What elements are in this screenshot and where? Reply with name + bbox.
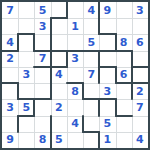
- cell-r3c3[interactable]: [34, 34, 50, 50]
- cell-r2c4[interactable]: [51, 18, 67, 34]
- cell-r2c6[interactable]: [83, 18, 99, 34]
- cell-r4c3[interactable]: 7: [34, 51, 50, 67]
- cell-r5c4[interactable]: 4: [51, 67, 67, 83]
- cell-r8c1[interactable]: [2, 116, 18, 132]
- cell-r1c4[interactable]: [51, 2, 67, 18]
- cell-r1c2[interactable]: [18, 2, 34, 18]
- region-border-horizontal: [1, 82, 19, 84]
- cell-r5c8[interactable]: 6: [116, 67, 132, 83]
- cell-r3c1[interactable]: 4: [2, 34, 18, 50]
- cell-r8c5[interactable]: 4: [67, 116, 83, 132]
- region-border-vertical: [17, 33, 19, 51]
- cell-r9c1[interactable]: 9: [2, 132, 18, 148]
- cell-r8c9[interactable]: [132, 116, 148, 132]
- cell-r3c4[interactable]: [51, 34, 67, 50]
- region-border-horizontal: [66, 82, 84, 84]
- cell-r7c5[interactable]: [67, 99, 83, 115]
- region-border-horizontal: [131, 82, 149, 84]
- cell-r7c4[interactable]: 2: [51, 99, 67, 115]
- cell-r3c2[interactable]: [18, 34, 34, 50]
- region-border-horizontal: [131, 66, 149, 68]
- cell-r4c6[interactable]: [83, 51, 99, 67]
- cell-r5c2[interactable]: 3: [18, 67, 34, 83]
- region-border-horizontal: [115, 115, 133, 117]
- cell-r5c7[interactable]: [99, 67, 115, 83]
- region-border-vertical: [50, 131, 52, 149]
- cell-r3c5[interactable]: [67, 34, 83, 50]
- cell-r6c5[interactable]: 8: [67, 83, 83, 99]
- cell-r6c3[interactable]: [34, 83, 50, 99]
- cell-r5c6[interactable]: 7: [83, 67, 99, 83]
- cell-r8c8[interactable]: [116, 116, 132, 132]
- cell-r7c7[interactable]: [99, 99, 115, 115]
- cell-r8c4[interactable]: [51, 116, 67, 132]
- cell-r5c3[interactable]: [34, 67, 50, 83]
- cell-r6c7[interactable]: 3: [99, 83, 115, 99]
- cell-r6c8[interactable]: [116, 83, 132, 99]
- region-border-horizontal: [33, 50, 51, 52]
- cell-r2c2[interactable]: [18, 18, 34, 34]
- cell-r2c3[interactable]: 3: [34, 18, 50, 34]
- cell-r3c6[interactable]: 5: [83, 34, 99, 50]
- region-border-vertical: [131, 82, 133, 100]
- cell-r3c9[interactable]: 6: [132, 34, 148, 50]
- region-border-vertical: [115, 33, 117, 51]
- cell-r9c2[interactable]: [18, 132, 34, 148]
- cell-r1c5[interactable]: [67, 2, 83, 18]
- cell-r5c5[interactable]: [67, 67, 83, 83]
- cell-r6c6[interactable]: [83, 83, 99, 99]
- cell-r9c3[interactable]: 8: [34, 132, 50, 148]
- region-border-horizontal: [98, 50, 116, 52]
- cell-r4c7[interactable]: [99, 51, 115, 67]
- sudoku-screenshot: 75493314586273347683235274598514: [0, 0, 150, 150]
- cell-r8c2[interactable]: [18, 116, 34, 132]
- cell-r1c9[interactable]: 3: [132, 2, 148, 18]
- cell-r6c1[interactable]: [2, 83, 18, 99]
- cell-r1c6[interactable]: 4: [83, 2, 99, 18]
- sudoku-board: 75493314586273347683235274598514: [0, 0, 150, 150]
- cell-r4c4[interactable]: [51, 51, 67, 67]
- region-border-horizontal: [115, 50, 133, 52]
- cell-r8c3[interactable]: [34, 116, 50, 132]
- cell-r9c4[interactable]: 5: [51, 132, 67, 148]
- region-border-vertical: [17, 115, 19, 133]
- region-border-horizontal: [17, 115, 35, 117]
- cell-r2c5[interactable]: 1: [67, 18, 83, 34]
- region-border-vertical: [50, 33, 52, 51]
- cell-r9c5[interactable]: [67, 132, 83, 148]
- cell-r7c6[interactable]: [83, 99, 99, 115]
- cell-r1c3[interactable]: 5: [34, 2, 50, 18]
- cell-r7c9[interactable]: 7: [132, 99, 148, 115]
- region-border-horizontal: [50, 17, 68, 19]
- cell-r9c9[interactable]: 4: [132, 132, 148, 148]
- cell-r1c7[interactable]: 9: [99, 2, 115, 18]
- cell-r7c8[interactable]: [116, 99, 132, 115]
- cell-r3c8[interactable]: 8: [116, 34, 132, 50]
- cell-r4c1[interactable]: 2: [2, 51, 18, 67]
- region-border-horizontal: [98, 66, 116, 68]
- region-border-vertical: [115, 98, 117, 116]
- cell-r1c1[interactable]: 7: [2, 2, 18, 18]
- region-border-horizontal: [1, 50, 19, 52]
- region-border-horizontal: [50, 66, 68, 68]
- cell-r4c8[interactable]: [116, 51, 132, 67]
- cell-r6c2[interactable]: [18, 83, 34, 99]
- cell-r2c1[interactable]: [2, 18, 18, 34]
- cell-r4c9[interactable]: [132, 51, 148, 67]
- cell-r6c9[interactable]: 2: [132, 83, 148, 99]
- cell-r2c9[interactable]: [132, 18, 148, 34]
- cell-r9c6[interactable]: [83, 132, 99, 148]
- cell-r2c8[interactable]: [116, 18, 132, 34]
- cell-r8c6[interactable]: [83, 116, 99, 132]
- cell-r7c3[interactable]: [34, 99, 50, 115]
- cell-r3c7[interactable]: [99, 34, 115, 50]
- cell-r5c9[interactable]: [132, 67, 148, 83]
- cell-r4c5[interactable]: 3: [67, 51, 83, 67]
- cell-r4c2[interactable]: [18, 51, 34, 67]
- cell-r2c7[interactable]: [99, 18, 115, 34]
- cell-r8c7[interactable]: 5: [99, 116, 115, 132]
- cell-r9c8[interactable]: [116, 132, 132, 148]
- cell-r6c4[interactable]: [51, 83, 67, 99]
- cell-r1c8[interactable]: [116, 2, 132, 18]
- cell-r5c1[interactable]: [2, 67, 18, 83]
- cell-r7c1[interactable]: 3: [2, 99, 18, 115]
- cell-r9c7[interactable]: 1: [99, 132, 115, 148]
- cell-r7c2[interactable]: 5: [18, 99, 34, 115]
- region-border-horizontal: [33, 66, 51, 68]
- region-border-horizontal: [82, 131, 100, 133]
